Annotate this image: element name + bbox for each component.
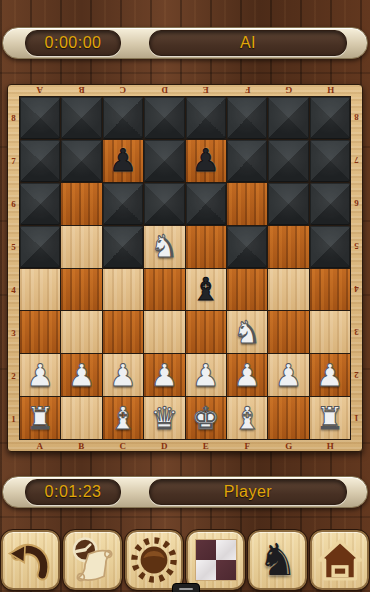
- square-h1[interactable]: ♜: [310, 397, 350, 439]
- square-c3[interactable]: [103, 311, 143, 353]
- square-b6[interactable]: [61, 183, 101, 225]
- coord-label-F: F: [227, 440, 269, 451]
- fog-square-a6[interactable]: [20, 183, 60, 225]
- drawer-handle[interactable]: [172, 583, 200, 592]
- coord-label-6: 6: [8, 182, 19, 225]
- coord-label-3: 3: [351, 311, 362, 354]
- player-name-text: Player: [224, 483, 272, 501]
- board-grid: ♟♟♞♝♞♟♟♟♟♟♟♟♟♜♝♛♚♝♜: [19, 96, 351, 440]
- square-f2[interactable]: ♟: [227, 354, 267, 396]
- knight-icon: ♞: [258, 538, 297, 582]
- square-g3[interactable]: [268, 311, 308, 353]
- square-a1[interactable]: ♜: [20, 397, 60, 439]
- square-b2[interactable]: ♟: [61, 354, 101, 396]
- white-pawn-c2: ♟: [109, 360, 137, 391]
- file-labels-bottom: ABCDEFGH: [19, 440, 351, 451]
- rank-labels-right: 87654321: [351, 96, 362, 440]
- fog-square-g7[interactable]: [268, 140, 308, 182]
- moves-history-icon: [68, 535, 116, 585]
- square-d2[interactable]: ♟: [144, 354, 184, 396]
- square-g1[interactable]: [268, 397, 308, 439]
- rank-labels-left: 87654321: [8, 96, 19, 440]
- settings-button[interactable]: [125, 530, 184, 590]
- coord-label-A: A: [19, 85, 61, 96]
- fog-square-h6[interactable]: [310, 183, 350, 225]
- opponent-time-text: 0:00:00: [45, 34, 102, 52]
- square-c2[interactable]: ♟: [103, 354, 143, 396]
- square-h3[interactable]: [310, 311, 350, 353]
- board-theme-button[interactable]: [186, 530, 245, 590]
- square-e2[interactable]: ♟: [186, 354, 226, 396]
- fog-square-a7[interactable]: [20, 140, 60, 182]
- square-a2[interactable]: ♟: [20, 354, 60, 396]
- square-f6[interactable]: [227, 183, 267, 225]
- player-time-text: 0:01:23: [45, 483, 102, 501]
- coord-label-B: B: [61, 440, 103, 451]
- white-queen-d1: ♛: [150, 403, 178, 434]
- fog-square-e6[interactable]: [186, 183, 226, 225]
- coord-label-4: 4: [8, 268, 19, 311]
- coord-label-2: 2: [8, 354, 19, 397]
- coord-label-F: F: [227, 85, 269, 96]
- coord-label-1: 1: [351, 397, 362, 440]
- square-g5[interactable]: [268, 226, 308, 268]
- fog-square-d7[interactable]: [144, 140, 184, 182]
- coord-label-3: 3: [8, 311, 19, 354]
- pieces-style-button[interactable]: ♞: [248, 530, 307, 590]
- fog-square-d6[interactable]: [144, 183, 184, 225]
- player-name-plate: Player: [149, 479, 347, 505]
- white-bishop-f1: ♝: [233, 403, 261, 434]
- opponent-clock: 0:00:00: [25, 30, 121, 56]
- square-e5[interactable]: [186, 226, 226, 268]
- fog-square-d8[interactable]: [144, 97, 184, 139]
- square-c1[interactable]: ♝: [103, 397, 143, 439]
- square-h2[interactable]: ♟: [310, 354, 350, 396]
- fog-square-f5[interactable]: [227, 226, 267, 268]
- square-d1[interactable]: ♛: [144, 397, 184, 439]
- white-pawn-e2: ♟: [192, 360, 220, 391]
- coord-label-5: 5: [8, 225, 19, 268]
- square-f4[interactable]: [227, 269, 267, 311]
- fog-square-e8[interactable]: [186, 97, 226, 139]
- black-bishop-e4: ♝: [192, 274, 220, 305]
- white-king-e1: ♚: [192, 403, 220, 434]
- toolbar: ♞: [1, 530, 369, 590]
- black-pawn-c7: ♟: [109, 145, 137, 176]
- square-e4[interactable]: ♝: [186, 269, 226, 311]
- white-knight-d5: ♞: [150, 231, 178, 262]
- fog-square-c5[interactable]: [103, 226, 143, 268]
- fog-square-a5[interactable]: [20, 226, 60, 268]
- settings-icon: [129, 535, 179, 585]
- square-b1[interactable]: [61, 397, 101, 439]
- coord-label-4: 4: [351, 268, 362, 311]
- square-c7[interactable]: ♟: [103, 140, 143, 182]
- coord-label-2: 2: [351, 354, 362, 397]
- square-c4[interactable]: [103, 269, 143, 311]
- white-rook-a1: ♜: [26, 403, 54, 434]
- white-pawn-f2: ♟: [233, 360, 261, 391]
- undo-icon: [7, 537, 53, 583]
- coord-label-5: 5: [351, 225, 362, 268]
- coord-label-B: B: [61, 85, 103, 96]
- coord-label-6: 6: [351, 182, 362, 225]
- white-rook-h1: ♜: [316, 403, 344, 434]
- undo-button[interactable]: [1, 530, 60, 590]
- white-pawn-d2: ♟: [150, 360, 178, 391]
- square-f3[interactable]: ♞: [227, 311, 267, 353]
- fog-square-g8[interactable]: [268, 97, 308, 139]
- square-f1[interactable]: ♝: [227, 397, 267, 439]
- square-b3[interactable]: [61, 311, 101, 353]
- coord-label-C: C: [102, 85, 144, 96]
- home-icon: [316, 536, 364, 584]
- coord-label-8: 8: [8, 96, 19, 139]
- fog-square-c8[interactable]: [103, 97, 143, 139]
- square-d4[interactable]: [144, 269, 184, 311]
- coord-label-8: 8: [351, 96, 362, 139]
- coord-label-H: H: [310, 440, 352, 451]
- square-b5[interactable]: [61, 226, 101, 268]
- coord-label-D: D: [144, 440, 186, 451]
- square-e7[interactable]: ♟: [186, 140, 226, 182]
- white-pawn-g2: ♟: [275, 360, 303, 391]
- square-a4[interactable]: [20, 269, 60, 311]
- square-e1[interactable]: ♚: [186, 397, 226, 439]
- opponent-bar: 0:00:00 AI: [2, 27, 368, 59]
- square-g2[interactable]: ♟: [268, 354, 308, 396]
- white-pawn-a2: ♟: [26, 360, 54, 391]
- white-pawn-b2: ♟: [68, 360, 96, 391]
- coord-label-A: A: [19, 440, 61, 451]
- coord-label-7: 7: [8, 139, 19, 182]
- square-d5[interactable]: ♞: [144, 226, 184, 268]
- opponent-name-plate: AI: [149, 30, 347, 56]
- fog-square-h7[interactable]: [310, 140, 350, 182]
- square-a3[interactable]: [20, 311, 60, 353]
- black-pawn-e7: ♟: [192, 145, 220, 176]
- fog-square-g6[interactable]: [268, 183, 308, 225]
- fog-square-b7[interactable]: [61, 140, 101, 182]
- white-bishop-c1: ♝: [109, 403, 137, 434]
- board-theme-icon: [195, 539, 237, 581]
- square-e3[interactable]: [186, 311, 226, 353]
- coord-label-G: G: [268, 440, 310, 451]
- opponent-name-text: AI: [240, 34, 256, 52]
- file-labels-top: ABCDEFGH: [19, 85, 351, 96]
- home-button[interactable]: [310, 530, 369, 590]
- player-bar: 0:01:23 Player: [2, 476, 368, 508]
- white-knight-f3: ♞: [233, 317, 261, 348]
- player-clock: 0:01:23: [25, 479, 121, 505]
- fog-square-f8[interactable]: [227, 97, 267, 139]
- coord-label-E: E: [185, 85, 227, 96]
- coord-label-D: D: [144, 85, 186, 96]
- coord-label-C: C: [102, 440, 144, 451]
- coord-label-E: E: [185, 440, 227, 451]
- white-pawn-h2: ♟: [316, 360, 344, 391]
- coord-label-H: H: [310, 85, 352, 96]
- coord-label-G: G: [268, 85, 310, 96]
- square-d3[interactable]: [144, 311, 184, 353]
- square-b4[interactable]: [61, 269, 101, 311]
- fog-square-b8[interactable]: [61, 97, 101, 139]
- chess-board: ABCDEFGH ABCDEFGH 87654321 87654321 ♟♟♞♝…: [7, 84, 363, 452]
- square-h4[interactable]: [310, 269, 350, 311]
- moves-history-button[interactable]: [63, 530, 122, 590]
- coord-label-7: 7: [351, 139, 362, 182]
- square-g4[interactable]: [268, 269, 308, 311]
- fog-square-h5[interactable]: [310, 226, 350, 268]
- fog-square-f7[interactable]: [227, 140, 267, 182]
- fog-square-h8[interactable]: [310, 97, 350, 139]
- fog-square-a8[interactable]: [20, 97, 60, 139]
- coord-label-1: 1: [8, 397, 19, 440]
- fog-square-c6[interactable]: [103, 183, 143, 225]
